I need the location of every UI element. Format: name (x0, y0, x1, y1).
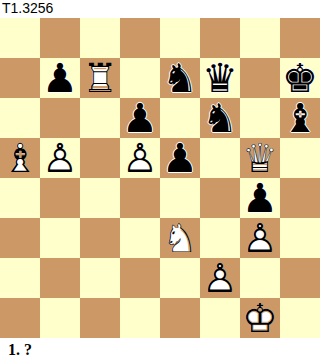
square-c7[interactable]: ♜♖ (80, 58, 120, 98)
square-e8[interactable] (160, 18, 200, 58)
square-b7[interactable]: ♟ (40, 58, 80, 98)
black-pawn[interactable]: ♟ (120, 98, 160, 138)
white-knight[interactable]: ♞♘ (160, 218, 200, 258)
square-c2[interactable] (80, 258, 120, 298)
square-g1[interactable]: ♚♔ (240, 298, 280, 338)
square-b4[interactable] (40, 178, 80, 218)
square-d8[interactable] (120, 18, 160, 58)
square-f1[interactable] (200, 298, 240, 338)
square-b2[interactable] (40, 258, 80, 298)
white-pawn[interactable]: ♟♙ (240, 218, 280, 258)
black-pawn[interactable]: ♟ (40, 58, 80, 98)
square-g8[interactable] (240, 18, 280, 58)
black-pawn[interactable]: ♟ (240, 178, 280, 218)
piece-outline-glyph: ♙ (120, 138, 160, 178)
square-f3[interactable] (200, 218, 240, 258)
piece-glyph: ♚ (280, 58, 320, 98)
white-queen[interactable]: ♛♕ (240, 138, 280, 178)
black-bishop[interactable]: ♝ (280, 98, 320, 138)
square-e4[interactable] (160, 178, 200, 218)
square-d5[interactable]: ♟♙ (120, 138, 160, 178)
square-d2[interactable] (120, 258, 160, 298)
square-h1[interactable] (280, 298, 320, 338)
square-b1[interactable] (40, 298, 80, 338)
piece-outline-glyph: ♖ (80, 58, 120, 98)
piece-outline-glyph: ♕ (240, 138, 280, 178)
square-b8[interactable] (40, 18, 80, 58)
square-c6[interactable] (80, 98, 120, 138)
square-b3[interactable] (40, 218, 80, 258)
piece-glyph: ♝ (280, 98, 320, 138)
square-e5[interactable]: ♟ (160, 138, 200, 178)
piece-glyph: ♟ (120, 98, 160, 138)
piece-outline-glyph: ♔ (240, 298, 280, 338)
square-c5[interactable] (80, 138, 120, 178)
piece-outline-glyph: ♙ (200, 258, 240, 298)
square-b5[interactable]: ♟♙ (40, 138, 80, 178)
move-prompt: 1. ? (0, 338, 320, 360)
square-g7[interactable] (240, 58, 280, 98)
square-c4[interactable] (80, 178, 120, 218)
square-f4[interactable] (200, 178, 240, 218)
square-h2[interactable] (280, 258, 320, 298)
square-f5[interactable] (200, 138, 240, 178)
square-g3[interactable]: ♟♙ (240, 218, 280, 258)
puzzle-id: T1.3256 (0, 0, 320, 18)
square-a6[interactable] (0, 98, 40, 138)
square-a2[interactable] (0, 258, 40, 298)
square-f7[interactable]: ♛ (200, 58, 240, 98)
square-d6[interactable]: ♟ (120, 98, 160, 138)
black-knight[interactable]: ♞ (200, 98, 240, 138)
piece-outline-glyph: ♘ (160, 218, 200, 258)
square-h5[interactable] (280, 138, 320, 178)
white-pawn[interactable]: ♟♙ (200, 258, 240, 298)
square-e7[interactable]: ♞ (160, 58, 200, 98)
square-d4[interactable] (120, 178, 160, 218)
square-g2[interactable] (240, 258, 280, 298)
white-rook[interactable]: ♜♖ (80, 58, 120, 98)
square-e6[interactable] (160, 98, 200, 138)
square-e3[interactable]: ♞♘ (160, 218, 200, 258)
white-pawn[interactable]: ♟♙ (120, 138, 160, 178)
square-g5[interactable]: ♛♕ (240, 138, 280, 178)
white-king[interactable]: ♚♔ (240, 298, 280, 338)
square-d7[interactable] (120, 58, 160, 98)
square-d3[interactable] (120, 218, 160, 258)
square-c3[interactable] (80, 218, 120, 258)
square-g6[interactable] (240, 98, 280, 138)
chess-board: ♟♜♖♞♛♚♟♞♝♝♗♟♙♟♙♟♛♕♟♞♘♟♙♟♙♚♔ (0, 18, 320, 338)
piece-glyph: ♞ (200, 98, 240, 138)
square-h3[interactable] (280, 218, 320, 258)
piece-glyph: ♟ (240, 178, 280, 218)
piece-glyph: ♟ (40, 58, 80, 98)
square-a8[interactable] (0, 18, 40, 58)
square-a5[interactable]: ♝♗ (0, 138, 40, 178)
square-e1[interactable] (160, 298, 200, 338)
piece-glyph: ♛ (200, 58, 240, 98)
square-a3[interactable] (0, 218, 40, 258)
square-h6[interactable]: ♝ (280, 98, 320, 138)
square-f8[interactable] (200, 18, 240, 58)
piece-glyph: ♞ (160, 58, 200, 98)
square-a1[interactable] (0, 298, 40, 338)
black-king[interactable]: ♚ (280, 58, 320, 98)
piece-outline-glyph: ♗ (0, 138, 40, 178)
piece-glyph: ♟ (160, 138, 200, 178)
square-d1[interactable] (120, 298, 160, 338)
square-f6[interactable]: ♞ (200, 98, 240, 138)
square-h4[interactable] (280, 178, 320, 218)
white-bishop[interactable]: ♝♗ (0, 138, 40, 178)
black-knight[interactable]: ♞ (160, 58, 200, 98)
piece-outline-glyph: ♙ (40, 138, 80, 178)
black-queen[interactable]: ♛ (200, 58, 240, 98)
black-pawn[interactable]: ♟ (160, 138, 200, 178)
square-a4[interactable] (0, 178, 40, 218)
square-h7[interactable]: ♚ (280, 58, 320, 98)
square-b6[interactable] (40, 98, 80, 138)
square-h8[interactable] (280, 18, 320, 58)
square-e2[interactable] (160, 258, 200, 298)
square-a7[interactable] (0, 58, 40, 98)
square-g4[interactable]: ♟ (240, 178, 280, 218)
square-c1[interactable] (80, 298, 120, 338)
square-c8[interactable] (80, 18, 120, 58)
square-f2[interactable]: ♟♙ (200, 258, 240, 298)
piece-outline-glyph: ♙ (240, 218, 280, 258)
white-pawn[interactable]: ♟♙ (40, 138, 80, 178)
